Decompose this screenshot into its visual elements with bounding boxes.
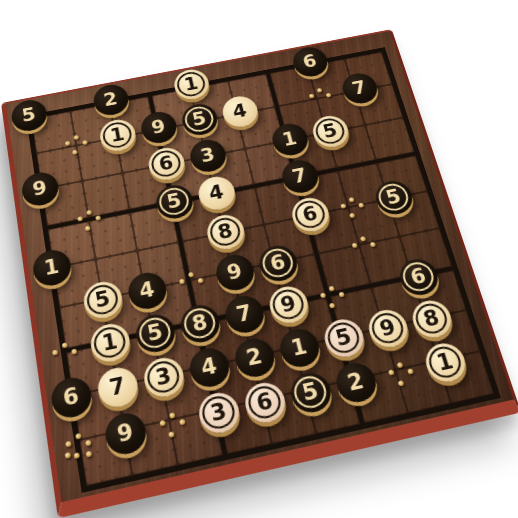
token-digit: 6 (254, 390, 274, 415)
token-8-r7c4[interactable]: 8 (177, 301, 222, 345)
token-6-r5c7[interactable]: 6 (288, 194, 332, 234)
token-5-r6c2[interactable]: 5 (81, 278, 124, 321)
token-digit: 6 (300, 204, 319, 225)
token-3-r8c3[interactable]: 3 (141, 354, 187, 400)
brass-peg-r9c3[interactable] (168, 431, 174, 438)
brass-peg-r6c8[interactable] (351, 242, 357, 248)
brass-peg-r4c2[interactable] (95, 215, 101, 220)
token-digit: 6 (61, 384, 80, 409)
brass-peg-r2c2[interactable] (73, 135, 78, 140)
token-digit: 6 (268, 252, 287, 274)
token-digit: 5 (190, 109, 207, 129)
token-digit: 8 (190, 311, 209, 335)
brass-peg-r9c3[interactable] (159, 419, 165, 425)
token-digit: 7 (234, 302, 253, 325)
token-6-r8c1[interactable]: 6 (48, 374, 93, 421)
brass-peg-r5c8[interactable] (348, 197, 354, 202)
brass-peg-r5c8[interactable] (358, 202, 364, 207)
brass-peg-r7c1[interactable] (51, 349, 57, 355)
brass-peg-r2c2[interactable] (82, 140, 87, 145)
brass-peg-r9c1[interactable] (85, 450, 91, 457)
token-digit: 1 (183, 75, 200, 94)
brass-peg-r6c4[interactable] (187, 271, 193, 277)
token-7-r2c9[interactable]: 7 (338, 70, 380, 105)
token-digit: 6 (157, 153, 175, 173)
token-digit: 2 (102, 90, 119, 109)
brass-peg-r5c8[interactable] (340, 203, 346, 208)
token-digit: 5 (93, 288, 111, 311)
brass-peg-r6c8[interactable] (359, 236, 365, 242)
brass-peg-r2c8[interactable] (325, 93, 331, 98)
token-7-r7c5[interactable]: 7 (221, 292, 266, 336)
brass-peg-r9c8[interactable] (407, 368, 414, 374)
token-6-r9c5[interactable]: 6 (241, 379, 288, 426)
token-digit: 5 (333, 326, 353, 350)
token-9-r9c2[interactable]: 9 (102, 409, 148, 457)
brass-peg-r7c1[interactable] (71, 348, 77, 354)
token-7-r4c7[interactable]: 7 (278, 157, 321, 196)
token-digit: 2 (244, 345, 264, 369)
token-5-r1c1[interactable]: 5 (9, 97, 48, 133)
token-1-r9c9[interactable]: 1 (421, 340, 470, 386)
token-digit: 1 (109, 125, 126, 145)
brass-peg-r4c2[interactable] (77, 216, 83, 221)
brass-peg-r9c3[interactable] (168, 412, 174, 418)
brass-peg-r6c4[interactable] (197, 277, 203, 283)
token-digit: 1 (280, 129, 298, 149)
token-digit: 6 (408, 265, 428, 288)
token-digit: 7 (350, 79, 368, 98)
token-digit: 1 (434, 350, 455, 374)
token-digit: 8 (421, 307, 442, 331)
token-6-r6c6[interactable]: 6 (255, 242, 300, 284)
token-5-r2c5[interactable]: 5 (179, 101, 220, 138)
token-digit: 9 (150, 117, 167, 137)
token-digit: 1 (100, 330, 119, 354)
token-digit: 3 (208, 400, 228, 426)
token-6-r7c9[interactable]: 6 (395, 256, 442, 298)
sudoku-board: 5216195479631554718655496158796673421598… (1, 29, 518, 518)
token-digit: 4 (207, 182, 225, 203)
token-digit: 4 (231, 102, 249, 121)
token-9-r6c5[interactable]: 9 (212, 251, 257, 293)
brass-peg-r9c8[interactable] (396, 362, 403, 368)
token-digit: 9 (278, 293, 298, 316)
token-digit: 5 (321, 121, 339, 141)
brass-peg-r9c3[interactable] (179, 418, 185, 424)
token-4-r6c3[interactable]: 4 (125, 269, 169, 312)
brass-peg-r4c2[interactable] (86, 209, 92, 214)
token-8-r8c9[interactable]: 8 (408, 297, 456, 341)
token-8-r5c5[interactable]: 8 (203, 212, 247, 253)
brass-peg-r7c7[interactable] (338, 291, 344, 297)
token-9-r3c1[interactable]: 9 (19, 169, 60, 208)
token-2-r1c3[interactable]: 2 (91, 82, 131, 118)
token-2-r8c5[interactable]: 2 (231, 335, 277, 380)
token-digit: 9 (377, 316, 398, 340)
token-5-r3c8[interactable]: 5 (309, 113, 352, 150)
token-4-r4c5[interactable]: 4 (195, 173, 238, 212)
token-9-r7c6[interactable]: 9 (265, 283, 311, 326)
token-9-r2c4[interactable]: 9 (138, 109, 179, 146)
brass-peg-r7c7[interactable] (328, 302, 334, 308)
token-digit: 2 (345, 370, 366, 395)
token-digit: 1 (43, 256, 61, 279)
brass-peg-r9c1[interactable] (65, 440, 71, 447)
token-3-r9c4[interactable]: 3 (195, 389, 242, 437)
token-digit: 5 (21, 105, 37, 125)
token-1-r2c3[interactable]: 1 (97, 117, 137, 154)
token-6-r3c4[interactable]: 6 (145, 145, 187, 183)
token-digit: 5 (384, 187, 403, 208)
brass-peg-r2c2[interactable] (64, 141, 69, 146)
brass-peg-r9c8[interactable] (387, 369, 394, 375)
brass-peg-r7c7[interactable] (319, 292, 325, 298)
brass-peg-r6c4[interactable] (178, 278, 184, 284)
token-6-r1c8[interactable]: 6 (289, 44, 330, 79)
token-digit: 3 (199, 145, 217, 165)
token-1-r3c7[interactable]: 1 (268, 121, 311, 158)
board-scene: 5216195479631554718655496158796673421598… (0, 0, 518, 518)
token-4-r2c6[interactable]: 4 (219, 93, 260, 129)
token-digit: 5 (145, 321, 164, 345)
token-5-r9c6[interactable]: 5 (286, 369, 334, 416)
token-7-r8c2[interactable]: 7 (95, 364, 140, 411)
token-4-r8c4[interactable]: 4 (186, 344, 232, 390)
token-digit: 8 (216, 221, 235, 243)
token-digit: 6 (301, 52, 319, 71)
token-digit: 9 (115, 420, 134, 446)
brass-peg-r5c8[interactable] (349, 212, 355, 217)
token-9-r8c8[interactable]: 9 (364, 306, 412, 350)
token-1-r7c2[interactable]: 1 (88, 320, 132, 365)
token-digit: 5 (165, 191, 183, 212)
token-5-r8c7[interactable]: 5 (320, 316, 367, 361)
brass-peg-r7c1[interactable] (61, 342, 67, 348)
token-digit: 5 (300, 380, 321, 405)
brass-peg-r2c8[interactable] (316, 88, 322, 93)
token-1-r8c6[interactable]: 1 (276, 325, 323, 370)
brass-peg-r9c1[interactable] (73, 452, 79, 459)
token-digit: 1 (289, 335, 309, 359)
brass-peg-r4c2[interactable] (84, 225, 90, 230)
token-2-r9c7[interactable]: 2 (332, 359, 380, 405)
token-5-r4c4[interactable]: 5 (153, 182, 195, 222)
token-digit: 7 (290, 166, 309, 187)
token-1-r1c5[interactable]: 1 (171, 67, 211, 102)
brass-peg-r9c1[interactable] (75, 433, 81, 440)
token-digit: 3 (154, 365, 173, 390)
brass-peg-r9c1[interactable] (85, 439, 91, 446)
token-digit: 9 (225, 261, 244, 284)
token-digit: 7 (108, 374, 127, 399)
token-digit: 4 (199, 355, 219, 380)
brass-peg-r7c7[interactable] (328, 285, 334, 291)
brass-peg-r9c1[interactable] (64, 452, 70, 459)
token-1-r5c1[interactable]: 1 (30, 247, 72, 289)
token-3-r3c5[interactable]: 3 (187, 137, 229, 175)
token-5-r5c9[interactable]: 5 (371, 178, 416, 217)
brass-peg-r6c8[interactable] (369, 241, 375, 247)
token-digit: 4 (138, 279, 156, 302)
brass-peg-r9c8[interactable] (397, 380, 404, 386)
brass-peg-r2c8[interactable] (308, 93, 314, 98)
token-digit: 9 (31, 178, 48, 199)
brass-peg-r2c2[interactable] (72, 149, 77, 154)
token-5-r7c3[interactable]: 5 (133, 311, 178, 355)
